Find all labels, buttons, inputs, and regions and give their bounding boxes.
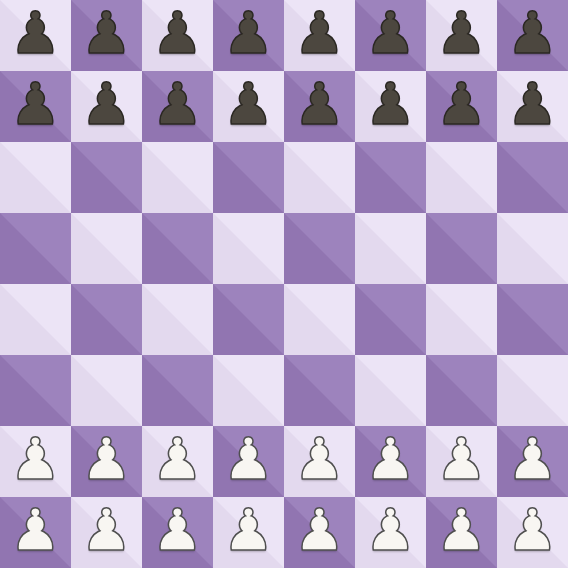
black-pawn[interactable]: ♟ xyxy=(507,0,559,69)
square-b3[interactable] xyxy=(71,355,142,426)
square-c7[interactable]: ♟ xyxy=(142,71,213,142)
square-a1[interactable]: ♟ xyxy=(0,497,71,568)
white-pawn[interactable]: ♟ xyxy=(436,495,488,566)
square-d8[interactable]: ♟ xyxy=(213,0,284,71)
white-pawn[interactable]: ♟ xyxy=(436,424,488,495)
square-f7[interactable]: ♟ xyxy=(355,71,426,142)
square-a7[interactable]: ♟ xyxy=(0,71,71,142)
chess-board-area: ♟♟♟♟♟♟♟♟♟♟♟♟♟♟♟♟♟♟♟♟♟♟♟♟♟♟♟♟♟♟♟♟ xyxy=(0,0,568,568)
square-a5[interactable] xyxy=(0,213,71,284)
square-h8[interactable]: ♟ xyxy=(497,0,568,71)
square-a2[interactable]: ♟ xyxy=(0,426,71,497)
white-pawn[interactable]: ♟ xyxy=(152,424,204,495)
square-c4[interactable] xyxy=(142,284,213,355)
square-c3[interactable] xyxy=(142,355,213,426)
white-pawn[interactable]: ♟ xyxy=(365,424,417,495)
square-g6[interactable] xyxy=(426,142,497,213)
square-c5[interactable] xyxy=(142,213,213,284)
square-b1[interactable]: ♟ xyxy=(71,497,142,568)
black-pawn[interactable]: ♟ xyxy=(436,69,488,140)
square-f1[interactable]: ♟ xyxy=(355,497,426,568)
black-pawn[interactable]: ♟ xyxy=(223,0,275,69)
square-d1[interactable]: ♟ xyxy=(213,497,284,568)
square-h5[interactable] xyxy=(497,213,568,284)
square-f8[interactable]: ♟ xyxy=(355,0,426,71)
square-f2[interactable]: ♟ xyxy=(355,426,426,497)
square-f4[interactable] xyxy=(355,284,426,355)
black-pawn[interactable]: ♟ xyxy=(152,69,204,140)
square-a6[interactable] xyxy=(0,142,71,213)
square-e2[interactable]: ♟ xyxy=(284,426,355,497)
white-pawn[interactable]: ♟ xyxy=(223,424,275,495)
white-pawn[interactable]: ♟ xyxy=(81,495,133,566)
square-b4[interactable] xyxy=(71,284,142,355)
square-b6[interactable] xyxy=(71,142,142,213)
square-e1[interactable]: ♟ xyxy=(284,497,355,568)
square-e7[interactable]: ♟ xyxy=(284,71,355,142)
chess-board: ♟♟♟♟♟♟♟♟♟♟♟♟♟♟♟♟♟♟♟♟♟♟♟♟♟♟♟♟♟♟♟♟ xyxy=(0,0,568,568)
square-d6[interactable] xyxy=(213,142,284,213)
square-h4[interactable] xyxy=(497,284,568,355)
square-f5[interactable] xyxy=(355,213,426,284)
white-pawn[interactable]: ♟ xyxy=(10,424,62,495)
square-b7[interactable]: ♟ xyxy=(71,71,142,142)
square-g4[interactable] xyxy=(426,284,497,355)
white-pawn[interactable]: ♟ xyxy=(507,495,559,566)
white-pawn[interactable]: ♟ xyxy=(81,424,133,495)
black-pawn[interactable]: ♟ xyxy=(365,0,417,69)
square-c8[interactable]: ♟ xyxy=(142,0,213,71)
black-pawn[interactable]: ♟ xyxy=(223,69,275,140)
square-e8[interactable]: ♟ xyxy=(284,0,355,71)
white-pawn[interactable]: ♟ xyxy=(10,495,62,566)
square-b2[interactable]: ♟ xyxy=(71,426,142,497)
square-g3[interactable] xyxy=(426,355,497,426)
white-pawn[interactable]: ♟ xyxy=(294,424,346,495)
black-pawn[interactable]: ♟ xyxy=(81,0,133,69)
white-pawn[interactable]: ♟ xyxy=(223,495,275,566)
black-pawn[interactable]: ♟ xyxy=(294,0,346,69)
square-h7[interactable]: ♟ xyxy=(497,71,568,142)
black-pawn[interactable]: ♟ xyxy=(10,0,62,69)
square-e4[interactable] xyxy=(284,284,355,355)
black-pawn[interactable]: ♟ xyxy=(294,69,346,140)
square-b8[interactable]: ♟ xyxy=(71,0,142,71)
square-d3[interactable] xyxy=(213,355,284,426)
white-pawn[interactable]: ♟ xyxy=(294,495,346,566)
square-h1[interactable]: ♟ xyxy=(497,497,568,568)
square-d7[interactable]: ♟ xyxy=(213,71,284,142)
black-pawn[interactable]: ♟ xyxy=(152,0,204,69)
square-h3[interactable] xyxy=(497,355,568,426)
square-f6[interactable] xyxy=(355,142,426,213)
square-g7[interactable]: ♟ xyxy=(426,71,497,142)
black-pawn[interactable]: ♟ xyxy=(81,69,133,140)
square-b5[interactable] xyxy=(71,213,142,284)
square-a4[interactable] xyxy=(0,284,71,355)
white-pawn[interactable]: ♟ xyxy=(152,495,204,566)
square-d5[interactable] xyxy=(213,213,284,284)
square-c1[interactable]: ♟ xyxy=(142,497,213,568)
square-e3[interactable] xyxy=(284,355,355,426)
square-g2[interactable]: ♟ xyxy=(426,426,497,497)
square-e5[interactable] xyxy=(284,213,355,284)
square-a3[interactable] xyxy=(0,355,71,426)
square-c6[interactable] xyxy=(142,142,213,213)
square-g5[interactable] xyxy=(426,213,497,284)
square-h2[interactable]: ♟ xyxy=(497,426,568,497)
black-pawn[interactable]: ♟ xyxy=(507,69,559,140)
square-f3[interactable] xyxy=(355,355,426,426)
square-g8[interactable]: ♟ xyxy=(426,0,497,71)
square-c2[interactable]: ♟ xyxy=(142,426,213,497)
black-pawn[interactable]: ♟ xyxy=(365,69,417,140)
white-pawn[interactable]: ♟ xyxy=(365,495,417,566)
square-d4[interactable] xyxy=(213,284,284,355)
black-pawn[interactable]: ♟ xyxy=(436,0,488,69)
square-h6[interactable] xyxy=(497,142,568,213)
square-d2[interactable]: ♟ xyxy=(213,426,284,497)
square-g1[interactable]: ♟ xyxy=(426,497,497,568)
square-a8[interactable]: ♟ xyxy=(0,0,71,71)
black-pawn[interactable]: ♟ xyxy=(10,69,62,140)
square-e6[interactable] xyxy=(284,142,355,213)
white-pawn[interactable]: ♟ xyxy=(507,424,559,495)
